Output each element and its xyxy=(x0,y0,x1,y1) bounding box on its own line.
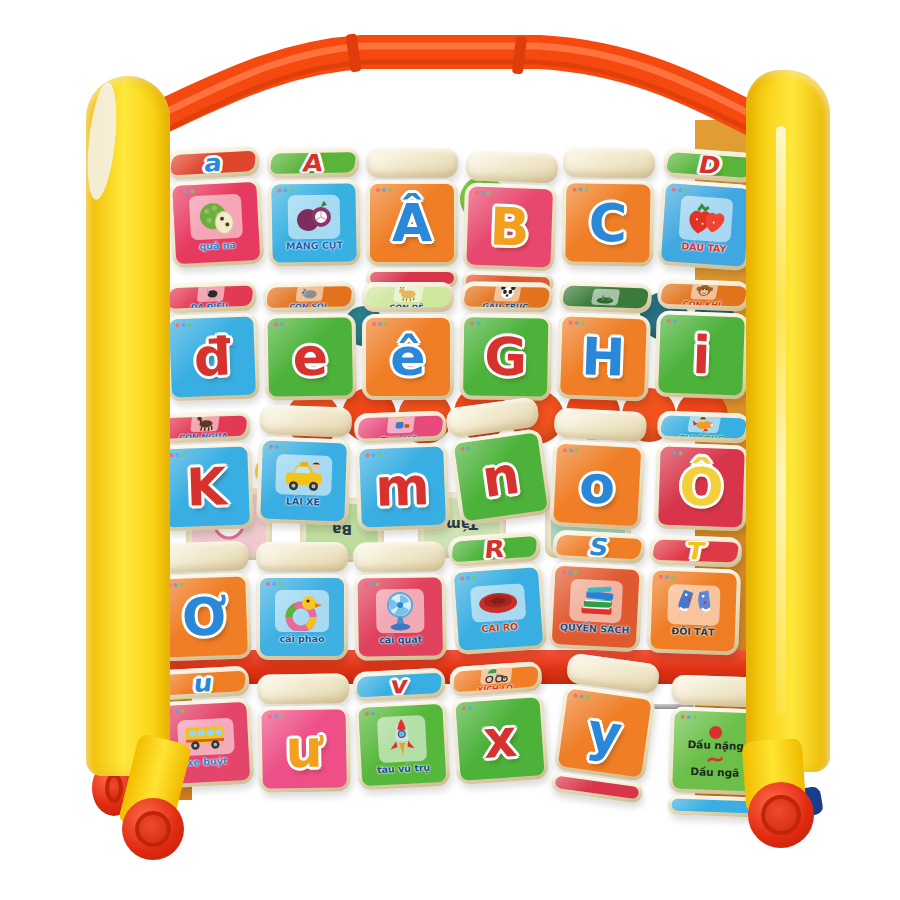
mangosteen-icon xyxy=(288,195,341,240)
cube-row-2: ĐÀ ĐIỂUđCON SÓIeCON DÊêGẤU TRÚCGHCON KHỈ… xyxy=(166,282,748,400)
cube-m: THỢ MỎm xyxy=(354,410,450,531)
letter-glyph: G xyxy=(484,331,528,384)
fan-icon xyxy=(376,589,425,634)
cube-face: ĐÔI TẤT xyxy=(646,566,741,655)
cube-q: cái quạt xyxy=(353,541,447,661)
picture-caption: DÂU TÂY xyxy=(681,240,727,254)
cube-face: CON KHỈ xyxy=(657,278,750,311)
cube-d: DDÂU TÂY xyxy=(655,147,757,293)
cube-p: cái phao xyxy=(256,542,348,660)
cube-ô: PHI CÔNGÔ xyxy=(654,410,750,531)
cube-face: Â xyxy=(366,180,458,266)
cube-face: Ă xyxy=(267,147,360,179)
cube-face: i xyxy=(654,310,749,399)
letter-glyph: ư xyxy=(285,723,323,776)
cube-face: C xyxy=(561,179,654,267)
cube-face: tàu vũ trụ xyxy=(354,700,450,791)
cube-face: y xyxy=(553,684,656,782)
letter-glyph: B xyxy=(489,200,530,253)
picture-caption: LÁI XE xyxy=(286,495,320,507)
picture-caption: THỢ MỎ xyxy=(380,435,418,439)
worker-icon xyxy=(387,415,416,433)
cube-face: ĐÀ ĐIỂU xyxy=(164,280,257,313)
cube-face: Ô xyxy=(654,442,749,531)
picture-caption: PHI CÔNG xyxy=(678,434,724,439)
cube-face: S xyxy=(552,530,645,565)
cube-ơ: Ơ xyxy=(156,540,252,661)
letter-glyph: ê xyxy=(390,331,425,383)
letter-glyph: Ô xyxy=(678,460,724,514)
picture-caption: cái phao xyxy=(279,633,324,644)
cube-face: ư xyxy=(257,705,350,793)
cube-face: CON SÓI xyxy=(263,281,356,313)
cube-face: DÂU TÂY xyxy=(657,179,755,271)
picture-caption: xe buýt xyxy=(187,755,228,768)
letter-glyph: y xyxy=(584,705,625,761)
cube-face xyxy=(259,404,352,437)
letter-glyph: a xyxy=(203,151,223,176)
cube-face: m xyxy=(355,442,450,531)
cube-face: LÁI XE xyxy=(256,436,351,525)
letter-glyph: S xyxy=(587,535,611,559)
horse-icon xyxy=(190,415,220,432)
cube-face: PHI CÔNG xyxy=(657,410,750,443)
cube-â: Â xyxy=(366,148,458,288)
letter-glyph: K xyxy=(186,460,228,513)
picture-caption: CÁI RỔ xyxy=(481,621,518,635)
cube-face xyxy=(465,150,558,183)
cube-c: C xyxy=(561,147,655,289)
goat-icon xyxy=(393,287,425,302)
cube-face: T xyxy=(649,534,742,567)
picture-caption: CON KHỈ xyxy=(682,300,722,307)
books-icon xyxy=(569,579,623,624)
letter-glyph: x xyxy=(482,712,519,766)
cube-e: CON SÓIe xyxy=(263,281,357,401)
cube-face: G xyxy=(459,313,552,401)
cube-h: H xyxy=(556,280,652,401)
panda-icon xyxy=(493,286,521,302)
cube-face: đ xyxy=(165,312,260,401)
wolf-icon xyxy=(295,286,324,302)
cube-face xyxy=(257,673,350,705)
monkey-icon xyxy=(690,284,719,300)
letter-glyph: u xyxy=(193,671,214,696)
cube-r: RCÁI RỔ xyxy=(447,531,547,655)
letter-glyph: o xyxy=(578,458,616,512)
cube-face: ê xyxy=(362,314,454,400)
cube-g: GẤU TRÚCG xyxy=(459,281,553,401)
cyclo-icon xyxy=(480,666,512,685)
picture-caption: MĂNG CỤT xyxy=(286,239,343,251)
cube-face: D xyxy=(663,147,757,183)
letter-glyph: H xyxy=(581,330,626,383)
taxi-icon xyxy=(275,454,332,496)
handle-ring-right xyxy=(512,36,528,75)
cube-face xyxy=(353,541,446,573)
tone-marks: Dấu nặng~Dấu ngã xyxy=(686,723,744,780)
cube-face: CON NGỰA xyxy=(158,410,251,443)
pilot-icon xyxy=(687,416,722,434)
cube-face: u xyxy=(156,666,249,701)
letter-glyph: D xyxy=(696,153,723,178)
cube-face: B xyxy=(462,182,557,271)
cube-face xyxy=(256,542,348,572)
letter-glyph: v xyxy=(389,673,408,698)
cube-ê: CON DÊê xyxy=(362,282,454,400)
strawberry-icon xyxy=(678,195,733,243)
picture-caption: CON SÓI xyxy=(288,302,327,308)
cube-face: o xyxy=(549,440,645,531)
picture-caption: GẤU TRÚC xyxy=(481,302,528,308)
cube-face xyxy=(563,147,656,179)
cube-t: TĐÔI TẤT xyxy=(646,534,742,655)
cube-face: n xyxy=(449,428,552,526)
cube-k: CON NGỰAK xyxy=(158,410,254,531)
left-wheel xyxy=(122,798,184,860)
cube-face: cái quạt xyxy=(354,573,447,661)
cube-row-3: CON NGỰAKLÁI XETHỢ MỎmnoPHI CÔNGÔ xyxy=(160,412,748,530)
cube-y: y xyxy=(550,652,661,803)
cube-face xyxy=(559,280,652,313)
custard-apple-icon xyxy=(189,194,243,241)
letter-glyph: n xyxy=(479,449,523,506)
letter-glyph: R xyxy=(483,536,505,562)
picture-caption: tàu vũ trụ xyxy=(377,762,431,776)
picture-caption: QUYỂN SÁCH xyxy=(560,621,630,636)
picture-caption: XÍCH LÔ xyxy=(477,683,514,692)
cube-face: MĂNG CỤT xyxy=(267,179,360,267)
frame-left-panel xyxy=(86,76,170,776)
cube-face: R xyxy=(447,531,541,567)
cube-row-1: aquả naĂMĂNG CỤTÂBCDDÂU TÂY xyxy=(170,148,752,288)
cube-face: K xyxy=(159,442,254,531)
cube-x: XÍCH LÔx xyxy=(449,661,551,807)
rocket-icon xyxy=(377,715,427,763)
picture-caption: CON DÊ xyxy=(389,303,425,307)
picture-caption: ĐÀ ĐIỂU xyxy=(190,302,228,309)
toy-photo: BaTám aquả naĂMĂNG CỤTÂBCDDÂU TÂYĐÀ ĐIỂU… xyxy=(0,0,900,900)
cube-ư: ư xyxy=(257,673,351,815)
letter-glyph: T xyxy=(685,540,707,563)
picture-caption: quả na xyxy=(199,239,236,252)
right-wheel xyxy=(748,782,814,848)
letter-glyph: Ơ xyxy=(181,590,228,644)
cube-face xyxy=(366,148,458,178)
cube-face: quả na xyxy=(168,178,264,269)
cube-face: GẤU TRÚC xyxy=(461,281,554,313)
cube-face: Ơ xyxy=(157,572,252,661)
cube-face: CÁI RỔ xyxy=(450,563,548,655)
letter-glyph: C xyxy=(588,197,627,250)
cube-face: CON DÊ xyxy=(362,282,454,312)
cube-face: x xyxy=(451,693,549,785)
cube-face: H xyxy=(556,312,651,401)
ostrich-icon xyxy=(197,285,226,302)
cube-row-4: Ơcái phaocái quạtRCÁI RỔSQUYỂN SÁCHTĐÔI … xyxy=(158,542,740,660)
letter-glyph: e xyxy=(292,331,328,384)
cube-face: XÍCH LÔ xyxy=(449,661,543,697)
cube-face xyxy=(554,408,647,443)
cube-b: B xyxy=(461,150,558,293)
cube-v: vtàu vũ trụ xyxy=(353,668,452,813)
socks-icon xyxy=(667,584,720,626)
forest-icon xyxy=(591,289,621,306)
letter-glyph: Â xyxy=(392,197,432,249)
picture-caption: ĐÔI TẤT xyxy=(671,625,715,638)
handle-ring-left xyxy=(345,33,361,72)
cube-l: LÁI XE xyxy=(256,404,352,525)
cube-a: aquả na xyxy=(166,146,265,291)
frame-right-panel xyxy=(746,70,830,772)
cube-face: THỢ MỎ xyxy=(354,410,447,443)
cube-row-5: uxe buýtưvtàu vũ trụXÍCH LÔxyDấu nặng~Dấ… xyxy=(160,668,762,808)
picture-caption: CON NGỰA xyxy=(179,432,228,439)
cube-face: cái phao xyxy=(256,574,348,660)
cube-s: SQUYỂN SÁCH xyxy=(547,530,645,653)
cube-n: n xyxy=(445,396,553,526)
cube-face: e xyxy=(264,313,357,401)
cube-face: v xyxy=(353,668,446,703)
duck-float-icon xyxy=(275,590,329,632)
cube-face: QUYỂN SÁCH xyxy=(547,562,643,653)
cube-đ: ĐÀ ĐIỂUđ xyxy=(164,280,260,401)
letter-glyph: m xyxy=(375,460,431,514)
letter-glyph: đ xyxy=(193,330,232,383)
letter-glyph: i xyxy=(692,329,712,382)
letter-glyph: Ă xyxy=(301,152,324,174)
cube-ă: ĂMĂNG CỤT xyxy=(267,147,361,289)
picture-caption: cái quạt xyxy=(379,634,422,646)
basket-icon xyxy=(470,583,526,623)
cube-face: a xyxy=(166,146,259,181)
cube-i: CON KHỈi xyxy=(654,278,750,399)
cube-o: o xyxy=(549,408,647,531)
